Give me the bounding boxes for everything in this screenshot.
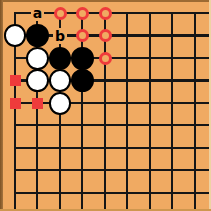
intersection-f6[interactable] — [116, 114, 139, 137]
intersection-e6[interactable] — [94, 114, 117, 137]
intersection-g9[interactable] — [139, 182, 162, 205]
intersection-e1[interactable] — [94, 2, 117, 25]
red-circle-marker — [76, 7, 89, 20]
intersection-d5[interactable] — [71, 92, 94, 115]
intersection-i4[interactable] — [184, 69, 207, 92]
black-stone — [49, 47, 72, 70]
intersection-f2[interactable] — [116, 24, 139, 47]
intersection-g8[interactable] — [139, 159, 162, 182]
red-circle-marker — [99, 29, 112, 42]
intersection-c9[interactable] — [49, 182, 72, 205]
intersection-c2[interactable]: b — [49, 24, 72, 47]
intersection-a3[interactable] — [4, 47, 27, 70]
intersection-a9[interactable] — [4, 182, 27, 205]
intersection-c8[interactable] — [49, 159, 72, 182]
intersection-h7[interactable] — [161, 137, 184, 160]
intersection-g3[interactable] — [139, 47, 162, 70]
red-circle-marker — [99, 52, 112, 65]
intersection-g7[interactable] — [139, 137, 162, 160]
intersection-h3[interactable] — [161, 47, 184, 70]
intersection-a8[interactable] — [4, 159, 27, 182]
black-stone — [71, 47, 94, 70]
intersection-h5[interactable] — [161, 92, 184, 115]
red-circle-marker — [54, 7, 67, 20]
intersection-g6[interactable] — [139, 114, 162, 137]
board-edge-left — [0, 0, 3, 211]
board-edge-top — [0, 0, 211, 2]
intersection-e3[interactable] — [94, 47, 117, 70]
red-square-marker — [32, 98, 43, 109]
intersection-a5[interactable] — [4, 92, 27, 115]
intersection-b3[interactable] — [26, 47, 49, 70]
intersection-i5[interactable] — [184, 92, 207, 115]
point-label-b: b — [53, 28, 67, 44]
black-stone — [26, 24, 49, 47]
intersection-h1[interactable] — [161, 2, 184, 25]
red-circle-marker — [99, 7, 112, 20]
board-edge-right — [209, 0, 211, 211]
intersection-g1[interactable] — [139, 2, 162, 25]
black-stone — [71, 69, 94, 92]
intersection-d6[interactable] — [71, 114, 94, 137]
intersection-b5[interactable] — [26, 92, 49, 115]
white-stone — [49, 69, 72, 92]
intersection-d3[interactable] — [71, 47, 94, 70]
intersection-i6[interactable] — [184, 114, 207, 137]
intersection-b8[interactable] — [26, 159, 49, 182]
intersection-i1[interactable] — [184, 2, 207, 25]
intersection-g4[interactable] — [139, 69, 162, 92]
intersection-b2[interactable] — [26, 24, 49, 47]
intersection-h9[interactable] — [161, 182, 184, 205]
intersection-e2[interactable] — [94, 24, 117, 47]
intersection-e9[interactable] — [94, 182, 117, 205]
board-edge-bottom — [0, 209, 211, 211]
intersection-h4[interactable] — [161, 69, 184, 92]
intersection-a2[interactable] — [4, 24, 27, 47]
intersection-b4[interactable] — [26, 69, 49, 92]
intersection-i2[interactable] — [184, 24, 207, 47]
intersection-d2[interactable] — [71, 24, 94, 47]
intersection-b1[interactable]: a — [26, 2, 49, 25]
intersection-f5[interactable] — [116, 92, 139, 115]
intersection-b7[interactable] — [26, 137, 49, 160]
intersection-d4[interactable] — [71, 69, 94, 92]
intersection-c1[interactable] — [49, 2, 72, 25]
intersection-f8[interactable] — [116, 159, 139, 182]
white-stone — [26, 69, 49, 92]
intersection-a6[interactable] — [4, 114, 27, 137]
intersection-c3[interactable] — [49, 47, 72, 70]
intersection-c6[interactable] — [49, 114, 72, 137]
intersection-h6[interactable] — [161, 114, 184, 137]
intersection-b6[interactable] — [26, 114, 49, 137]
white-stone — [4, 24, 27, 47]
intersection-f7[interactable] — [116, 137, 139, 160]
intersection-a4[interactable] — [4, 69, 27, 92]
intersection-i3[interactable] — [184, 47, 207, 70]
intersection-c5[interactable] — [49, 92, 72, 115]
intersection-f9[interactable] — [116, 182, 139, 205]
go-board-grid: ab — [4, 2, 207, 205]
intersection-g5[interactable] — [139, 92, 162, 115]
intersection-e7[interactable] — [94, 137, 117, 160]
intersection-i9[interactable] — [184, 182, 207, 205]
intersection-c7[interactable] — [49, 137, 72, 160]
intersection-e8[interactable] — [94, 159, 117, 182]
white-stone — [26, 47, 49, 70]
intersection-e5[interactable] — [94, 92, 117, 115]
intersection-f3[interactable] — [116, 47, 139, 70]
intersection-a7[interactable] — [4, 137, 27, 160]
intersection-c4[interactable] — [49, 69, 72, 92]
point-label-a: a — [31, 5, 44, 21]
intersection-h2[interactable] — [161, 24, 184, 47]
intersection-a1[interactable] — [4, 2, 27, 25]
red-square-marker — [10, 75, 21, 86]
intersection-g2[interactable] — [139, 24, 162, 47]
intersection-d1[interactable] — [71, 2, 94, 25]
intersection-f4[interactable] — [116, 69, 139, 92]
intersection-f1[interactable] — [116, 2, 139, 25]
intersection-d7[interactable] — [71, 137, 94, 160]
intersection-d9[interactable] — [71, 182, 94, 205]
white-stone — [49, 92, 72, 115]
intersection-b9[interactable] — [26, 182, 49, 205]
intersection-h8[interactable] — [161, 159, 184, 182]
intersection-e4[interactable] — [94, 69, 117, 92]
red-circle-marker — [76, 29, 89, 42]
go-board-diagram: ab — [0, 0, 211, 211]
intersection-i7[interactable] — [184, 137, 207, 160]
red-square-marker — [10, 98, 21, 109]
intersection-i8[interactable] — [184, 159, 207, 182]
intersection-d8[interactable] — [71, 159, 94, 182]
